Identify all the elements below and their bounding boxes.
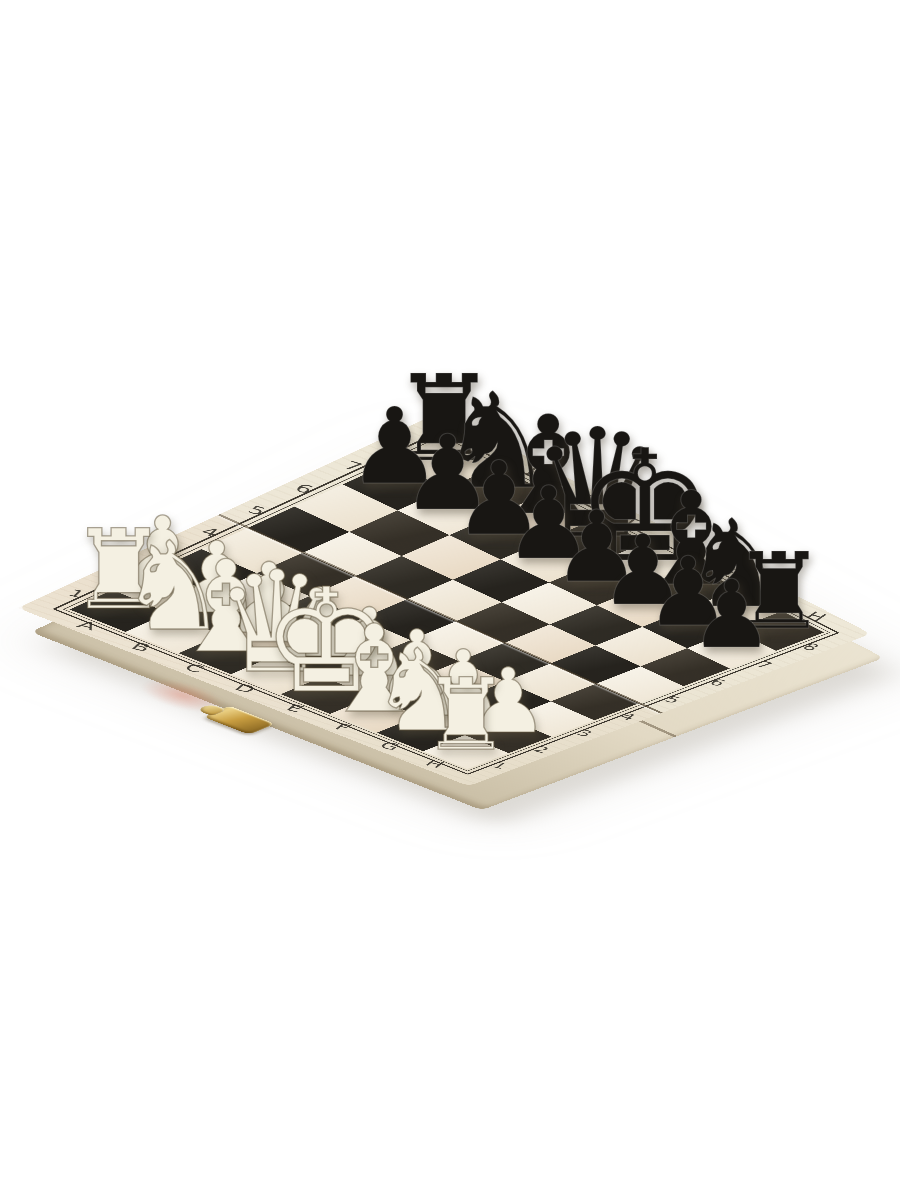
file-label-far-a: A [468,439,497,455]
file-label-far-e: E [669,542,695,556]
file-label-near-g: G [376,741,402,752]
rank-label-right-3: 3 [574,728,595,738]
rank-label-right-6: 6 [707,677,729,687]
rank-label-left-1: 1 [65,588,88,600]
rank-label-right-2: 2 [531,745,552,754]
rank-label-right-5: 5 [662,695,684,705]
rank-label-left-2: 2 [109,567,132,579]
file-label-near-c: C [181,662,206,674]
rank-label-left-4: 4 [198,526,222,539]
file-label-far-d: D [620,517,650,532]
file-label-near-a: A [74,619,100,632]
file-label-far-f: F [716,566,741,579]
rank-label-left-3: 3 [153,547,176,559]
chess-set-photo: AABBCCDDEEFFGGHH1122334455667788 ♜♞♝♛♚♝♞… [0,0,900,1200]
rank-label-left-6: 6 [292,482,316,495]
file-label-far-c: C [572,492,600,507]
rank-label-right-8: 8 [800,642,822,653]
file-label-far-h: H [802,610,830,623]
file-label-far-b: B [521,466,550,481]
file-label-near-f: F [332,722,354,733]
rank-label-left-5: 5 [245,504,269,517]
file-label-near-d: D [232,683,259,695]
rank-label-right-1: 1 [489,761,509,770]
rank-label-right-7: 7 [753,660,775,671]
file-label-far-g: G [758,588,786,602]
file-label-near-b: B [128,641,153,654]
rank-label-left-7: 7 [341,459,366,473]
file-label-near-e: E [283,703,306,714]
rank-label-left-8: 8 [390,436,415,450]
rank-label-right-4: 4 [617,712,638,722]
file-label-near-h: H [422,759,447,770]
